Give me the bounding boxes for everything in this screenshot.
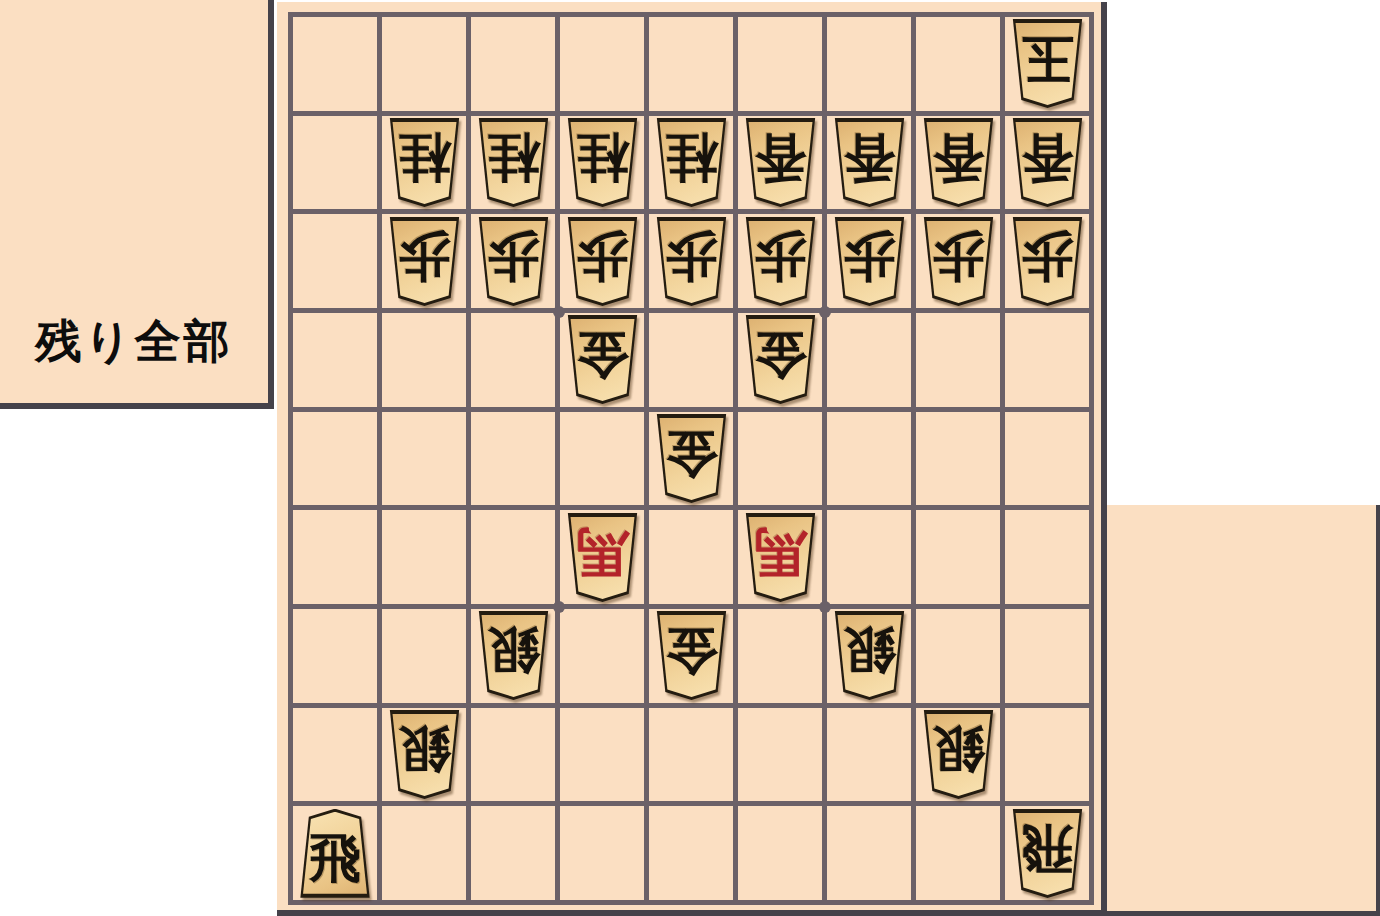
- board-cell-r5c4[interactable]: [560, 412, 644, 506]
- board-cell-r2c6[interactable]: 香: [738, 116, 822, 210]
- board-cell-r3c9[interactable]: 歩: [1005, 214, 1089, 308]
- board-cell-r1c3[interactable]: [471, 17, 555, 111]
- board-cell-r2c7[interactable]: 香: [827, 116, 911, 210]
- board-cell-r3c3[interactable]: 歩: [471, 214, 555, 308]
- board-cell-r6c8[interactable]: [916, 510, 1000, 604]
- piece-kanji: 金: [742, 315, 819, 404]
- board-cell-r5c8[interactable]: [916, 412, 1000, 506]
- piece-kanji: 歩: [831, 217, 908, 306]
- board-cell-r8c9[interactable]: [1005, 708, 1089, 802]
- board-cell-r5c2[interactable]: [382, 412, 466, 506]
- sente-hand-panel: 残り全部: [0, 0, 274, 409]
- shogi-board-panel: 玉桂桂桂桂香香香香歩歩歩歩歩歩歩歩金金金馬馬銀金銀銀銀飛飛: [277, 2, 1107, 916]
- piece-rotator: 歩: [564, 217, 641, 306]
- piece-kanji: 銀: [831, 611, 908, 700]
- piece-kanji: 歩: [564, 217, 641, 306]
- board-cell-r2c5[interactable]: 桂: [649, 116, 733, 210]
- board-cell-r7c1[interactable]: [293, 609, 377, 703]
- piece-rotator: 馬: [564, 513, 641, 602]
- shogi-piece-promoted-bishop-6f[interactable]: 馬: [564, 513, 641, 602]
- board-cell-r6c3[interactable]: [471, 510, 555, 604]
- shogi-piece-knight-8b[interactable]: 桂: [386, 118, 463, 207]
- board-cell-r1c1[interactable]: [293, 17, 377, 111]
- shogi-piece-pawn-8c[interactable]: 歩: [386, 217, 463, 306]
- board-cell-r4c5[interactable]: [649, 313, 733, 407]
- shogi-piece-gold-5g[interactable]: 金: [653, 611, 730, 700]
- piece-kanji: 桂: [475, 118, 552, 207]
- piece-kanji: 馬: [564, 513, 641, 602]
- piece-kanji: 桂: [564, 118, 641, 207]
- board-cell-r9c3[interactable]: [471, 806, 555, 900]
- board-cell-r1c2[interactable]: [382, 17, 466, 111]
- piece-rotator: 金: [653, 414, 730, 503]
- piece-rotator: 桂: [653, 118, 730, 207]
- shogi-piece-rook-9i[interactable]: 飛: [297, 809, 374, 898]
- board-cell-r4c6[interactable]: 金: [738, 313, 822, 407]
- shogi-piece-promoted-bishop-4f[interactable]: 馬: [742, 513, 819, 602]
- board-cell-r2c8[interactable]: 香: [916, 116, 1000, 210]
- board-cell-r3c1[interactable]: [293, 214, 377, 308]
- board-cell-r8c2[interactable]: 銀: [382, 708, 466, 802]
- shogi-piece-pawn-5c[interactable]: 歩: [653, 217, 730, 306]
- board-cell-r2c3[interactable]: 桂: [471, 116, 555, 210]
- board-cell-r9c2[interactable]: [382, 806, 466, 900]
- piece-kanji: 歩: [742, 217, 819, 306]
- piece-kanji: 飛: [297, 809, 374, 898]
- piece-rotator: 歩: [653, 217, 730, 306]
- piece-kanji: 桂: [386, 118, 463, 207]
- shogi-piece-gold-4d[interactable]: 金: [742, 315, 819, 404]
- board-cell-r4c1[interactable]: [293, 313, 377, 407]
- piece-kanji: 金: [564, 315, 641, 404]
- shogi-piece-silver-2h[interactable]: 銀: [920, 710, 997, 799]
- piece-rotator: 香: [742, 118, 819, 207]
- hoshi-dot: [819, 601, 831, 613]
- piece-kanji: 歩: [653, 217, 730, 306]
- piece-kanji: 香: [920, 118, 997, 207]
- shogi-piece-lance-1b[interactable]: 香: [1009, 118, 1086, 207]
- shogi-piece-pawn-3c[interactable]: 歩: [831, 217, 908, 306]
- hoshi-dot: [553, 601, 565, 613]
- board-cell-r6c9[interactable]: [1005, 510, 1089, 604]
- gote-komadai-panel: [1107, 505, 1380, 916]
- piece-rotator: 金: [653, 611, 730, 700]
- shogi-piece-knight-6b[interactable]: 桂: [564, 118, 641, 207]
- piece-rotator: 桂: [386, 118, 463, 207]
- piece-kanji: 香: [831, 118, 908, 207]
- board-cell-r5c3[interactable]: [471, 412, 555, 506]
- board-cell-r8c3[interactable]: [471, 708, 555, 802]
- board-cell-r5c1[interactable]: [293, 412, 377, 506]
- board-cell-r5c6[interactable]: [738, 412, 822, 506]
- board-cell-r1c9[interactable]: 玉: [1005, 17, 1089, 111]
- shogi-piece-gold-6d[interactable]: 金: [564, 315, 641, 404]
- board-cell-r2c2[interactable]: 桂: [382, 116, 466, 210]
- board-cell-r4c8[interactable]: [916, 313, 1000, 407]
- board-cell-r6c7[interactable]: [827, 510, 911, 604]
- shogi-piece-pawn-2c[interactable]: 歩: [920, 217, 997, 306]
- board-cell-r1c7[interactable]: [827, 17, 911, 111]
- shogi-piece-pawn-4c[interactable]: 歩: [742, 217, 819, 306]
- shogi-piece-knight-7b[interactable]: 桂: [475, 118, 552, 207]
- piece-kanji: 歩: [1009, 217, 1086, 306]
- board-cell-r7c5[interactable]: 金: [649, 609, 733, 703]
- piece-kanji: 歩: [386, 217, 463, 306]
- shogi-piece-silver-8h[interactable]: 銀: [386, 710, 463, 799]
- board-cell-r3c8[interactable]: 歩: [916, 214, 1000, 308]
- board-cell-r9c6[interactable]: [738, 806, 822, 900]
- piece-rotator: 金: [742, 315, 819, 404]
- shogi-piece-rook-1i[interactable]: 飛: [1009, 809, 1086, 898]
- shogi-piece-pawn-6c[interactable]: 歩: [564, 217, 641, 306]
- piece-kanji: 銀: [386, 710, 463, 799]
- piece-rotator: 香: [831, 118, 908, 207]
- piece-kanji: 香: [1009, 118, 1086, 207]
- piece-kanji: 歩: [920, 217, 997, 306]
- piece-kanji: 馬: [742, 513, 819, 602]
- piece-rotator: 歩: [831, 217, 908, 306]
- piece-rotator: 香: [920, 118, 997, 207]
- board-cell-r2c4[interactable]: 桂: [560, 116, 644, 210]
- board-cell-r8c5[interactable]: [649, 708, 733, 802]
- board-cell-r8c4[interactable]: [560, 708, 644, 802]
- piece-rotator: 飛: [1009, 809, 1086, 898]
- board-cell-r1c4[interactable]: [560, 17, 644, 111]
- board-cell-r9c1[interactable]: 飛: [293, 806, 377, 900]
- board-cell-r4c4[interactable]: 金: [560, 313, 644, 407]
- board-cell-r5c5[interactable]: 金: [649, 412, 733, 506]
- shogi-piece-king-1a[interactable]: 玉: [1009, 19, 1086, 108]
- board-cell-r1c6[interactable]: [738, 17, 822, 111]
- board-cell-r9c8[interactable]: [916, 806, 1000, 900]
- board-cell-r2c1[interactable]: [293, 116, 377, 210]
- board-cell-r6c2[interactable]: [382, 510, 466, 604]
- board-cell-r8c6[interactable]: [738, 708, 822, 802]
- hand-pieces-label: 残り全部: [0, 311, 268, 373]
- shogi-piece-lance-3b[interactable]: 香: [831, 118, 908, 207]
- shogi-piece-lance-4b[interactable]: 香: [742, 118, 819, 207]
- board-cell-r3c7[interactable]: 歩: [827, 214, 911, 308]
- piece-rotator: 馬: [742, 513, 819, 602]
- board-cell-r5c7[interactable]: [827, 412, 911, 506]
- piece-kanji: 香: [742, 118, 819, 207]
- board-cell-r7c9[interactable]: [1005, 609, 1089, 703]
- board-cell-r3c6[interactable]: 歩: [738, 214, 822, 308]
- piece-rotator: 歩: [742, 217, 819, 306]
- shogi-piece-pawn-1c[interactable]: 歩: [1009, 217, 1086, 306]
- board-cell-r7c2[interactable]: [382, 609, 466, 703]
- board-cell-r3c5[interactable]: 歩: [649, 214, 733, 308]
- board-cell-r6c4[interactable]: 馬: [560, 510, 644, 604]
- board-cell-r9c7[interactable]: [827, 806, 911, 900]
- board-cell-r4c2[interactable]: [382, 313, 466, 407]
- board-cell-r6c1[interactable]: [293, 510, 377, 604]
- shogi-piece-pawn-7c[interactable]: 歩: [475, 217, 552, 306]
- shogi-piece-silver-3g[interactable]: 銀: [831, 611, 908, 700]
- piece-rotator: 香: [1009, 118, 1086, 207]
- piece-kanji: 銀: [475, 611, 552, 700]
- piece-rotator: 桂: [564, 118, 641, 207]
- piece-kanji: 玉: [1009, 19, 1086, 108]
- piece-kanji: 桂: [653, 118, 730, 207]
- board-cell-r7c4[interactable]: [560, 609, 644, 703]
- board-cell-r7c7[interactable]: 銀: [827, 609, 911, 703]
- shogi-piece-silver-7g[interactable]: 銀: [475, 611, 552, 700]
- board-cell-r8c8[interactable]: 銀: [916, 708, 1000, 802]
- board-cell-r4c7[interactable]: [827, 313, 911, 407]
- shogi-piece-knight-5b[interactable]: 桂: [653, 118, 730, 207]
- board-cell-r3c2[interactable]: 歩: [382, 214, 466, 308]
- board-cell-r9c4[interactable]: [560, 806, 644, 900]
- piece-rotator: 玉: [1009, 19, 1086, 108]
- piece-rotator: 歩: [1009, 217, 1086, 306]
- board-cell-r4c3[interactable]: [471, 313, 555, 407]
- board-cell-r8c1[interactable]: [293, 708, 377, 802]
- board-cell-r3c4[interactable]: 歩: [560, 214, 644, 308]
- piece-rotator: 銀: [475, 611, 552, 700]
- piece-kanji: 飛: [1009, 809, 1086, 898]
- board-cell-r6c5[interactable]: [649, 510, 733, 604]
- piece-rotator: 銀: [920, 710, 997, 799]
- board-cell-r9c5[interactable]: [649, 806, 733, 900]
- piece-kanji: 銀: [920, 710, 997, 799]
- piece-rotator: 歩: [475, 217, 552, 306]
- board-cell-r4c9[interactable]: [1005, 313, 1089, 407]
- board-cell-r7c8[interactable]: [916, 609, 1000, 703]
- board-cell-r1c8[interactable]: [916, 17, 1000, 111]
- shogi-piece-lance-2b[interactable]: 香: [920, 118, 997, 207]
- piece-rotator: 歩: [386, 217, 463, 306]
- board-cell-r7c6[interactable]: [738, 609, 822, 703]
- piece-rotator: 銀: [386, 710, 463, 799]
- piece-rotator: 飛: [297, 809, 374, 898]
- piece-rotator: 桂: [475, 118, 552, 207]
- board-cell-r8c7[interactable]: [827, 708, 911, 802]
- shogi-piece-gold-5e[interactable]: 金: [653, 414, 730, 503]
- board-cell-r7c3[interactable]: 銀: [471, 609, 555, 703]
- board-cell-r2c9[interactable]: 香: [1005, 116, 1089, 210]
- board-cell-r6c6[interactable]: 馬: [738, 510, 822, 604]
- board-grid: 玉桂桂桂桂香香香香歩歩歩歩歩歩歩歩金金金馬馬銀金銀銀銀飛飛: [288, 12, 1094, 905]
- piece-rotator: 金: [564, 315, 641, 404]
- piece-kanji: 金: [653, 611, 730, 700]
- hoshi-dot: [553, 306, 565, 318]
- piece-rotator: 銀: [831, 611, 908, 700]
- piece-kanji: 金: [653, 414, 730, 503]
- hoshi-dot: [819, 306, 831, 318]
- board-cell-r5c9[interactable]: [1005, 412, 1089, 506]
- board-cell-r9c9[interactable]: 飛: [1005, 806, 1089, 900]
- board-cell-r1c5[interactable]: [649, 17, 733, 111]
- piece-rotator: 歩: [920, 217, 997, 306]
- piece-kanji: 歩: [475, 217, 552, 306]
